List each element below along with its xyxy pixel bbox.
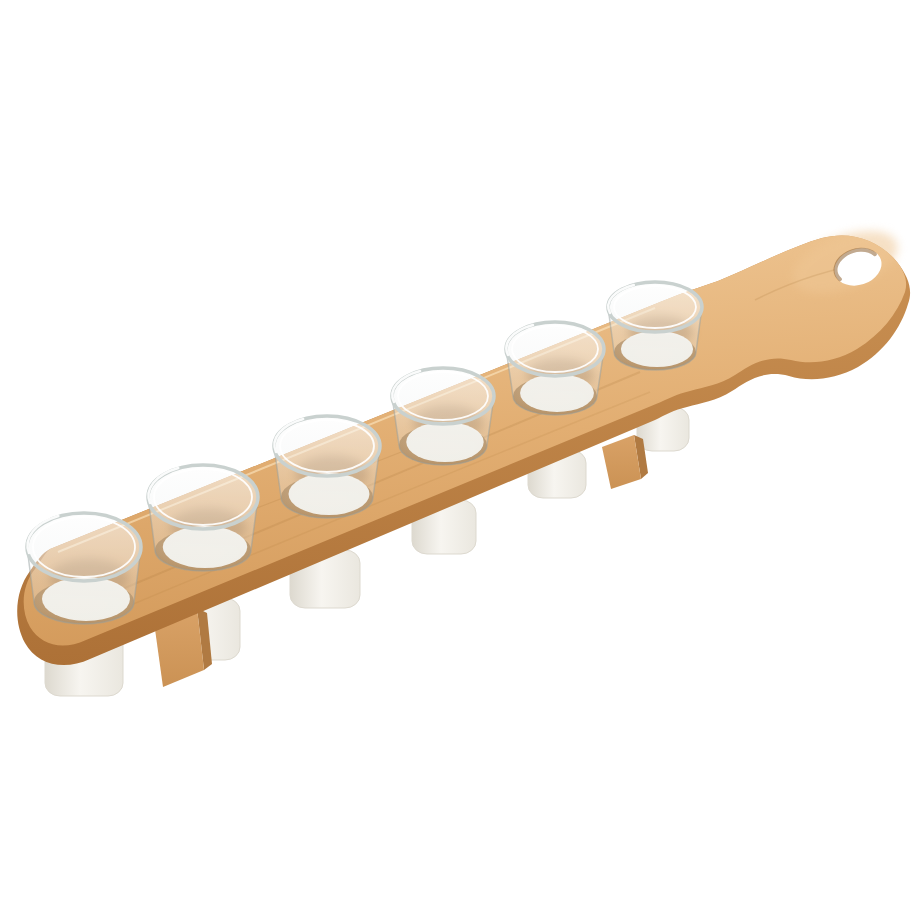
shot-glass-5 <box>506 322 604 415</box>
shot-glass-6 <box>608 282 702 370</box>
shot-glass-3 <box>274 416 380 518</box>
shot-glass-2 <box>148 465 258 571</box>
product-photo <box>0 0 924 924</box>
shot-glass-4 <box>392 368 494 465</box>
shot-glass-1 <box>27 513 141 624</box>
shot-glass-paddle-scene <box>0 0 924 924</box>
